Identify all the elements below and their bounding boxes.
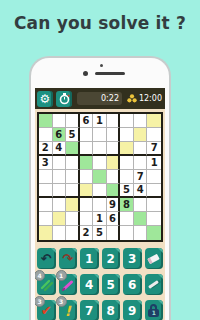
grid-cell-r7c3[interactable]: [66, 198, 80, 212]
grid-cell-r7c8[interactable]: [134, 198, 148, 212]
grid-cell-r4c2[interactable]: [53, 156, 67, 170]
digit-3-button[interactable]: 3: [123, 248, 142, 269]
digit-1-button[interactable]: 1: [80, 248, 99, 269]
grid-cell-r7c9[interactable]: [147, 198, 161, 212]
grid-cell-r5c6[interactable]: [107, 170, 121, 184]
sensor-dot-icon: [100, 64, 103, 67]
grid-cell-r7c4[interactable]: [80, 198, 94, 212]
grid-cell-r1c1[interactable]: [39, 114, 53, 128]
marker-badge: 1: [56, 270, 67, 281]
grid-cell-r6c3[interactable]: [66, 184, 80, 198]
grid-cell-r3c2[interactable]: 4: [53, 142, 67, 156]
grid-cell-r3c9[interactable]: 7: [147, 142, 161, 156]
grid-cell-r2c4[interactable]: [80, 128, 94, 142]
grid-cell-r3c7[interactable]: [120, 142, 134, 156]
grid-cell-r6c1[interactable]: [39, 184, 53, 198]
timer-button[interactable]: [56, 91, 72, 107]
page-title: Can you solve it ?: [0, 0, 200, 33]
grid-cell-r8c2[interactable]: [53, 212, 67, 226]
grid-cell-r8c5[interactable]: 1: [93, 212, 107, 226]
grid-cell-r3c6[interactable]: [107, 142, 121, 156]
board-area: 616524731754981625: [35, 109, 165, 244]
marker-button[interactable]: 1: [59, 274, 78, 295]
digit-9-button[interactable]: 9: [123, 300, 142, 320]
redo-button[interactable]: ↷: [59, 248, 78, 269]
secondary-time: 12:00: [139, 94, 162, 103]
digit-8-button[interactable]: 8: [102, 300, 121, 320]
grid-cell-r4c4[interactable]: [80, 156, 94, 170]
settings-button[interactable]: ⚙: [37, 91, 53, 107]
grid-cell-r9c5[interactable]: 5: [93, 226, 107, 240]
grid-cell-r9c4[interactable]: 2: [80, 226, 94, 240]
grid-cell-r8c9[interactable]: [147, 212, 161, 226]
pencil-button[interactable]: [145, 274, 164, 295]
grid-cell-r9c8[interactable]: [134, 226, 148, 240]
grid-cell-r4c9[interactable]: 1: [147, 156, 161, 170]
grid-cell-r7c1[interactable]: [39, 198, 53, 212]
grid-cell-r1c3[interactable]: [66, 114, 80, 128]
grid-cell-r2c2[interactable]: 6: [53, 128, 67, 142]
digit-7-button[interactable]: 7: [80, 300, 99, 320]
digit-6-button[interactable]: 6: [123, 274, 142, 295]
grid-cell-r1c6[interactable]: [107, 114, 121, 128]
digit-2-button[interactable]: 2: [102, 248, 121, 269]
grid-cell-r3c1[interactable]: 2: [39, 142, 53, 156]
check-button[interactable]: 3 ✔: [37, 300, 56, 320]
grid-cell-r6c5[interactable]: [93, 184, 107, 198]
camera-icon: [83, 71, 88, 76]
keypad-row-3: 3 ✔ 3 ! 7 8 9 1: [37, 300, 163, 320]
grid-cell-r4c1[interactable]: 3: [39, 156, 53, 170]
keypad-row-1: ↶ ↷ 1 2 3: [37, 248, 163, 269]
grid-cell-r1c2[interactable]: [53, 114, 67, 128]
hint-button[interactable]: 3 !: [59, 300, 78, 320]
grid-cell-r8c6[interactable]: 6: [107, 212, 121, 226]
digit-5-button[interactable]: 5: [102, 274, 121, 295]
grid-cell-r2c7[interactable]: [120, 128, 134, 142]
undo-icon: ↶: [41, 252, 52, 265]
grid-cell-r6c6[interactable]: [107, 184, 121, 198]
keypad: ↶ ↷ 1 2 3 4: [35, 244, 165, 320]
grid-cell-r4c5[interactable]: [93, 156, 107, 170]
eraser-icon: [147, 253, 160, 263]
grid-cell-r9c6[interactable]: [107, 226, 121, 240]
grid-cell-r1c7[interactable]: [120, 114, 134, 128]
grid-cell-r9c3[interactable]: [66, 226, 80, 240]
grid-cell-r2c6[interactable]: [107, 128, 121, 142]
grid-cell-r2c1[interactable]: [39, 128, 53, 142]
grid-cell-r2c5[interactable]: [93, 128, 107, 142]
grid-cell-r2c3[interactable]: 5: [66, 128, 80, 142]
grid-cell-r5c7[interactable]: [120, 170, 134, 184]
grid-cell-r6c4[interactable]: [80, 184, 94, 198]
grid-cell-r2c8[interactable]: [134, 128, 148, 142]
grid-cell-r3c3[interactable]: [66, 142, 80, 156]
grid-cell-r5c9[interactable]: [147, 170, 161, 184]
grid-cell-r1c9[interactable]: [147, 114, 161, 128]
grid-cell-r8c4[interactable]: [80, 212, 94, 226]
redo-icon: ↷: [62, 252, 73, 265]
grid-cell-r8c7[interactable]: [120, 212, 134, 226]
grid-cell-r4c8[interactable]: [134, 156, 148, 170]
grid-cell-r6c9[interactable]: [147, 184, 161, 198]
grid-cell-r4c6[interactable]: [107, 156, 121, 170]
grid-cell-r9c7[interactable]: [120, 226, 134, 240]
digit-4-button[interactable]: 4: [80, 274, 99, 295]
grid-cell-r7c2[interactable]: [53, 198, 67, 212]
stopwatch-icon: [58, 92, 71, 105]
grid-cell-r1c5[interactable]: 1: [93, 114, 107, 128]
grid-cell-r9c1[interactable]: [39, 226, 53, 240]
sudoku-grid: 616524731754981625: [37, 112, 163, 242]
grid-cell-r5c4[interactable]: [80, 170, 94, 184]
grid-cell-r8c3[interactable]: [66, 212, 80, 226]
grid-cell-r4c7[interactable]: [120, 156, 134, 170]
grid-cell-r3c5[interactable]: [93, 142, 107, 156]
pencil-icon: [148, 280, 159, 289]
clover-icon: [127, 94, 137, 103]
eraser-button[interactable]: [145, 248, 164, 269]
undo-button[interactable]: ↶: [37, 248, 56, 269]
grid-cell-r1c8[interactable]: [134, 114, 148, 128]
grid-cell-r7c7[interactable]: 8: [120, 198, 134, 212]
lock-count: 1: [148, 309, 159, 317]
grid-cell-r9c9[interactable]: [147, 226, 161, 240]
grid-cell-r5c1[interactable]: [39, 170, 53, 184]
grid-cell-r6c7[interactable]: 5: [120, 184, 134, 198]
grid-cell-r6c2[interactable]: [53, 184, 67, 198]
notes-button[interactable]: 4: [37, 274, 56, 295]
grid-cell-r5c8[interactable]: 7: [134, 170, 148, 184]
app-screen: ⚙ 0:22 12:00 61652473: [35, 88, 165, 320]
exclamation-icon: !: [65, 304, 71, 318]
speaker-icon: [95, 72, 125, 75]
grid-cell-r7c6[interactable]: 9: [107, 198, 121, 212]
grid-cell-r4c3[interactable]: [66, 156, 80, 170]
grid-cell-r5c3[interactable]: [66, 170, 80, 184]
grid-cell-r3c8[interactable]: [134, 142, 148, 156]
grid-cell-r9c2[interactable]: [53, 226, 67, 240]
grid-cell-r7c5[interactable]: [93, 198, 107, 212]
grid-cell-r6c8[interactable]: 4: [134, 184, 148, 198]
lock-button[interactable]: 1: [145, 300, 164, 320]
elapsed-time: 0:22: [77, 92, 122, 105]
gear-icon: ⚙: [40, 93, 51, 105]
grid-cell-r5c2[interactable]: [53, 170, 67, 184]
grid-cell-r5c5[interactable]: [93, 170, 107, 184]
keypad-row-2: 4 1 4 5 6: [37, 274, 163, 295]
grid-cell-r2c9[interactable]: [147, 128, 161, 142]
phone-frame: ⚙ 0:22 12:00 61652473: [29, 56, 171, 320]
grid-cell-r1c4[interactable]: 6: [80, 114, 94, 128]
hint-badge: 3: [56, 296, 67, 307]
grid-cell-r3c4[interactable]: [80, 142, 94, 156]
status-bar: ⚙ 0:22 12:00: [35, 88, 165, 109]
grid-cell-r8c1[interactable]: [39, 212, 53, 226]
lock-icon: 1: [148, 304, 159, 317]
grid-cell-r8c8[interactable]: [134, 212, 148, 226]
